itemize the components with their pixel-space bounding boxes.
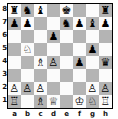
- square-h3[interactable]: [99, 69, 112, 82]
- square-b8[interactable]: ♞: [21, 4, 34, 17]
- white-knight-b5: ♘: [23, 43, 33, 56]
- square-f2[interactable]: [73, 82, 86, 95]
- black-rook-h8: ♜: [101, 4, 111, 17]
- square-h2[interactable]: ♙: [99, 82, 112, 95]
- file-label-b: b: [21, 109, 34, 119]
- square-g3[interactable]: [86, 69, 99, 82]
- square-d8[interactable]: [47, 4, 60, 17]
- square-b4[interactable]: [21, 56, 34, 69]
- square-c3[interactable]: [34, 69, 47, 82]
- square-f3[interactable]: [73, 69, 86, 82]
- file-label-e: e: [60, 109, 73, 119]
- square-f6[interactable]: [73, 30, 86, 43]
- square-g6[interactable]: [86, 30, 99, 43]
- square-h4[interactable]: ♛: [99, 56, 112, 69]
- square-f8[interactable]: [73, 4, 86, 17]
- square-d6[interactable]: ♟: [47, 30, 60, 43]
- white-pawn-c2: ♙: [36, 82, 46, 95]
- square-a5[interactable]: [8, 43, 21, 56]
- square-a4[interactable]: [8, 56, 21, 69]
- square-c5[interactable]: [34, 43, 47, 56]
- black-king-e8: ♚: [62, 4, 72, 17]
- black-pawn-h7: ♟: [101, 17, 111, 30]
- white-pawn-g2: ♙: [88, 82, 98, 95]
- black-pawn-a7: ♟: [10, 17, 20, 30]
- white-pawn-d4: ♙: [49, 56, 59, 69]
- rank-labels: 87654321: [0, 3, 7, 109]
- rank-label-8: 8: [0, 3, 7, 16]
- square-e3[interactable]: [60, 69, 73, 82]
- square-h6[interactable]: [99, 30, 112, 43]
- square-c8[interactable]: ♝: [34, 4, 47, 17]
- square-b1[interactable]: [21, 95, 34, 108]
- rank-label-1: 1: [0, 94, 7, 107]
- square-c1[interactable]: ♗: [34, 95, 47, 108]
- black-pawn-f4: ♟: [75, 56, 85, 69]
- square-e5[interactable]: [60, 43, 73, 56]
- black-bishop-g7: ♝: [88, 17, 98, 30]
- file-labels: abcdefgh: [8, 109, 112, 119]
- file-label-c: c: [34, 109, 47, 119]
- white-queen-d1: ♕: [49, 95, 59, 108]
- square-f5[interactable]: [73, 43, 86, 56]
- rank-label-5: 5: [0, 42, 7, 55]
- file-label-h: h: [99, 109, 112, 119]
- rank-label-2: 2: [0, 81, 7, 94]
- square-b7[interactable]: ♟: [21, 17, 34, 30]
- square-g1[interactable]: ♘: [86, 95, 99, 108]
- black-queen-h4: ♛: [101, 56, 111, 69]
- square-a7[interactable]: ♟: [8, 17, 21, 30]
- black-bishop-c8: ♝: [36, 4, 46, 17]
- square-g5[interactable]: ♟: [86, 43, 99, 56]
- square-c2[interactable]: ♙: [34, 82, 47, 95]
- square-d4[interactable]: ♙: [47, 56, 60, 69]
- white-pawn-h2: ♙: [101, 82, 111, 95]
- white-rook-h1: ♖: [101, 95, 111, 108]
- square-e4[interactable]: [60, 56, 73, 69]
- square-b5[interactable]: ♘: [21, 43, 34, 56]
- square-h8[interactable]: ♜: [99, 4, 112, 17]
- square-a1[interactable]: ♖: [8, 95, 21, 108]
- rank-label-3: 3: [0, 68, 7, 81]
- square-f1[interactable]: ♔: [73, 95, 86, 108]
- square-f4[interactable]: ♟: [73, 56, 86, 69]
- square-e6[interactable]: [60, 30, 73, 43]
- white-king-f1: ♔: [75, 95, 85, 108]
- square-b2[interactable]: ♙: [21, 82, 34, 95]
- black-pawn-b7: ♟: [23, 17, 33, 30]
- square-a8[interactable]: ♜: [8, 4, 21, 17]
- square-a6[interactable]: [8, 30, 21, 43]
- square-g4[interactable]: [86, 56, 99, 69]
- square-h5[interactable]: [99, 43, 112, 56]
- white-bishop-c4: ♗: [36, 56, 46, 69]
- black-rook-a8: ♜: [10, 4, 20, 17]
- square-e1[interactable]: [60, 95, 73, 108]
- file-label-a: a: [8, 109, 21, 119]
- file-label-f: f: [73, 109, 86, 119]
- black-knight-b8: ♞: [23, 4, 33, 17]
- square-b6[interactable]: [21, 30, 34, 43]
- file-label-d: d: [47, 109, 60, 119]
- square-d5[interactable]: [47, 43, 60, 56]
- square-d3[interactable]: [47, 69, 60, 82]
- square-e8[interactable]: ♚: [60, 4, 73, 17]
- square-f7[interactable]: ♟: [73, 17, 86, 30]
- square-d7[interactable]: [47, 17, 60, 30]
- square-a3[interactable]: [8, 69, 21, 82]
- black-knight-e7: ♞: [62, 17, 72, 30]
- square-d2[interactable]: [47, 82, 60, 95]
- square-g7[interactable]: ♝: [86, 17, 99, 30]
- white-pawn-b2: ♙: [23, 82, 33, 95]
- square-h7[interactable]: ♟: [99, 17, 112, 30]
- chess-board: ♜♞♝♚♜♟♟♞♟♝♟♟♘♟♗♙♟♛♙♙♙♙♙♖♗♕♔♘♖: [7, 3, 113, 109]
- black-pawn-f7: ♟: [75, 17, 85, 30]
- file-label-g: g: [86, 109, 99, 119]
- square-g8[interactable]: [86, 4, 99, 17]
- black-pawn-d6: ♟: [49, 30, 59, 43]
- square-c7[interactable]: [34, 17, 47, 30]
- square-d1[interactable]: ♕: [47, 95, 60, 108]
- rank-label-4: 4: [0, 55, 7, 68]
- square-c6[interactable]: [34, 30, 47, 43]
- square-e2[interactable]: [60, 82, 73, 95]
- black-pawn-g5: ♟: [88, 43, 98, 56]
- white-pawn-a2: ♙: [10, 82, 20, 95]
- square-g2[interactable]: ♙: [86, 82, 99, 95]
- chess-diagram: 87654321 ♜♞♝♚♜♟♟♞♟♝♟♟♘♟♗♙♟♛♙♙♙♙♙♖♗♕♔♘♖: [0, 3, 113, 109]
- square-b3[interactable]: [21, 69, 34, 82]
- square-e7[interactable]: ♞: [60, 17, 73, 30]
- white-bishop-c1: ♗: [36, 95, 46, 108]
- square-c4[interactable]: ♗: [34, 56, 47, 69]
- square-a2[interactable]: ♙: [8, 82, 21, 95]
- white-knight-g1: ♘: [88, 95, 98, 108]
- square-h1[interactable]: ♖: [99, 95, 112, 108]
- rank-label-6: 6: [0, 29, 7, 42]
- white-rook-a1: ♖: [10, 95, 20, 108]
- rank-label-7: 7: [0, 16, 7, 29]
